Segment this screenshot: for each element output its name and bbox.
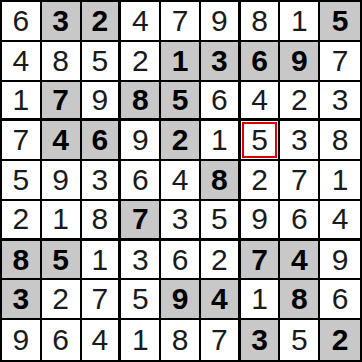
cell-r8c1[interactable]: 3: [2, 280, 42, 320]
cell-r6c8[interactable]: 6: [280, 201, 320, 241]
cell-r2c2[interactable]: 8: [42, 42, 82, 82]
cell-r8c5[interactable]: 9: [161, 280, 201, 320]
cell-r3c3[interactable]: 9: [82, 82, 122, 122]
cell-r7c2[interactable]: 5: [42, 241, 82, 281]
cell-r9c9[interactable]: 2: [320, 320, 360, 360]
cell-r1c1[interactable]: 6: [2, 2, 42, 42]
cell-r4c7[interactable]: 5: [241, 121, 281, 161]
cell-r5c6[interactable]: 8: [201, 161, 241, 201]
cell-r8c3[interactable]: 7: [82, 280, 122, 320]
cell-r7c5[interactable]: 6: [161, 241, 201, 281]
cell-r9c8[interactable]: 5: [280, 320, 320, 360]
cell-r4c9[interactable]: 8: [320, 121, 360, 161]
cell-r1c3[interactable]: 2: [82, 2, 122, 42]
cell-r8c2[interactable]: 2: [42, 280, 82, 320]
cell-r6c1[interactable]: 2: [2, 201, 42, 241]
cell-r1c8[interactable]: 1: [280, 2, 320, 42]
cell-r9c3[interactable]: 4: [82, 320, 122, 360]
cell-r3c4[interactable]: 8: [121, 82, 161, 122]
cell-r2c1[interactable]: 4: [2, 42, 42, 82]
cell-r6c9[interactable]: 4: [320, 201, 360, 241]
cell-r3c5[interactable]: 5: [161, 82, 201, 122]
cell-r6c3[interactable]: 8: [82, 201, 122, 241]
cell-r1c2[interactable]: 3: [42, 2, 82, 42]
cell-r8c7[interactable]: 1: [241, 280, 281, 320]
cell-r2c3[interactable]: 5: [82, 42, 122, 82]
cell-r8c6[interactable]: 4: [201, 280, 241, 320]
cell-r8c8[interactable]: 8: [280, 280, 320, 320]
cell-r7c3[interactable]: 1: [82, 241, 122, 281]
cell-r2c9[interactable]: 7: [320, 42, 360, 82]
cell-r9c2[interactable]: 6: [42, 320, 82, 360]
cell-r9c6[interactable]: 7: [201, 320, 241, 360]
cell-r5c1[interactable]: 5: [2, 161, 42, 201]
cell-r5c2[interactable]: 9: [42, 161, 82, 201]
cell-r3c6[interactable]: 6: [201, 82, 241, 122]
cell-r5c9[interactable]: 1: [320, 161, 360, 201]
cell-r4c8[interactable]: 3: [280, 121, 320, 161]
cell-r2c8[interactable]: 9: [280, 42, 320, 82]
cell-r2c6[interactable]: 3: [201, 42, 241, 82]
cell-r2c5[interactable]: 1: [161, 42, 201, 82]
cell-r3c2[interactable]: 7: [42, 82, 82, 122]
cell-r4c1[interactable]: 7: [2, 121, 42, 161]
cell-r9c4[interactable]: 1: [121, 320, 161, 360]
cell-r5c3[interactable]: 3: [82, 161, 122, 201]
cell-r1c9[interactable]: 5: [320, 2, 360, 42]
cell-r7c4[interactable]: 3: [121, 241, 161, 281]
cell-r8c4[interactable]: 5: [121, 280, 161, 320]
cell-r5c7[interactable]: 2: [241, 161, 281, 201]
cell-r9c1[interactable]: 9: [2, 320, 42, 360]
cell-r7c8[interactable]: 4: [280, 241, 320, 281]
cell-r5c5[interactable]: 4: [161, 161, 201, 201]
cell-r7c7[interactable]: 7: [241, 241, 281, 281]
cell-r7c1[interactable]: 8: [2, 241, 42, 281]
cell-r8c9[interactable]: 6: [320, 280, 360, 320]
cell-r6c6[interactable]: 5: [201, 201, 241, 241]
cell-r2c7[interactable]: 6: [241, 42, 281, 82]
sudoku-board: 6324798154852136971798564237469215385936…: [0, 0, 362, 362]
cell-r3c1[interactable]: 1: [2, 82, 42, 122]
cell-r1c4[interactable]: 4: [121, 2, 161, 42]
cell-r6c2[interactable]: 1: [42, 201, 82, 241]
cell-r1c5[interactable]: 7: [161, 2, 201, 42]
cell-r7c9[interactable]: 9: [320, 241, 360, 281]
cell-r4c6[interactable]: 1: [201, 121, 241, 161]
cell-r9c5[interactable]: 8: [161, 320, 201, 360]
cell-r6c5[interactable]: 3: [161, 201, 201, 241]
cell-r4c5[interactable]: 2: [161, 121, 201, 161]
cell-r3c7[interactable]: 4: [241, 82, 281, 122]
cell-r7c6[interactable]: 2: [201, 241, 241, 281]
cell-r1c6[interactable]: 9: [201, 2, 241, 42]
cell-r2c4[interactable]: 2: [121, 42, 161, 82]
cell-r4c3[interactable]: 6: [82, 121, 122, 161]
cell-r6c4[interactable]: 7: [121, 201, 161, 241]
cell-r4c2[interactable]: 4: [42, 121, 82, 161]
cell-r4c4[interactable]: 9: [121, 121, 161, 161]
cell-r9c7[interactable]: 3: [241, 320, 281, 360]
cell-r5c8[interactable]: 7: [280, 161, 320, 201]
cell-r6c7[interactable]: 9: [241, 201, 281, 241]
cell-r3c9[interactable]: 3: [320, 82, 360, 122]
cell-r3c8[interactable]: 2: [280, 82, 320, 122]
cell-r1c7[interactable]: 8: [241, 2, 281, 42]
cell-r5c4[interactable]: 6: [121, 161, 161, 201]
